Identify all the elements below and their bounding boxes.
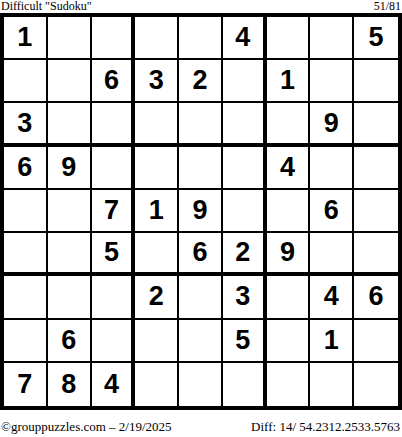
puzzle-title: Difficult "Sudoku" <box>1 0 92 13</box>
cell-r4c6[interactable] <box>223 147 267 190</box>
cell-r2c5[interactable]: 2 <box>179 60 223 103</box>
cell-r5c1[interactable] <box>4 190 48 233</box>
cell-r5c3[interactable]: 7 <box>92 190 136 233</box>
cell-r7c4[interactable]: 2 <box>135 276 179 319</box>
cell-r4c2[interactable]: 9 <box>48 147 92 190</box>
cell-r1c4[interactable] <box>135 17 179 60</box>
cell-r7c7[interactable] <box>267 276 311 319</box>
cell-r4c1[interactable]: 6 <box>4 147 48 190</box>
cell-r7c9[interactable]: 6 <box>354 276 398 319</box>
cell-r5c8[interactable]: 6 <box>310 190 354 233</box>
cell-r4c4[interactable] <box>135 147 179 190</box>
cell-r1c6[interactable]: 4 <box>223 17 267 60</box>
cell-r6c5[interactable]: 6 <box>179 233 223 276</box>
cell-r3c7[interactable] <box>267 103 311 146</box>
header: Difficult "Sudoku" 51/81 <box>0 0 402 13</box>
cell-r7c1[interactable] <box>4 276 48 319</box>
cell-r8c9[interactable] <box>354 320 398 363</box>
cell-r2c6[interactable] <box>223 60 267 103</box>
cell-r7c8[interactable]: 4 <box>310 276 354 319</box>
cell-r7c2[interactable] <box>48 276 92 319</box>
cell-r6c1[interactable] <box>4 233 48 276</box>
sudoku-grid: 145632139694719656292346651784 <box>0 13 402 410</box>
cell-r9c2[interactable]: 8 <box>48 363 92 406</box>
cell-r1c8[interactable] <box>310 17 354 60</box>
cell-r5c6[interactable] <box>223 190 267 233</box>
cell-r6c8[interactable] <box>310 233 354 276</box>
cell-r2c9[interactable] <box>354 60 398 103</box>
cell-r1c3[interactable] <box>92 17 136 60</box>
cell-r7c6[interactable]: 3 <box>223 276 267 319</box>
cell-r1c1[interactable]: 1 <box>4 17 48 60</box>
cell-r3c5[interactable] <box>179 103 223 146</box>
progress-counter: 51/81 <box>374 0 401 13</box>
cell-r9c6[interactable] <box>223 363 267 406</box>
cell-r9c5[interactable] <box>179 363 223 406</box>
cell-r2c4[interactable]: 3 <box>135 60 179 103</box>
cell-r3c2[interactable] <box>48 103 92 146</box>
cell-r6c9[interactable] <box>354 233 398 276</box>
cell-r9c7[interactable] <box>267 363 311 406</box>
cell-r6c3[interactable]: 5 <box>92 233 136 276</box>
cell-r8c5[interactable] <box>179 320 223 363</box>
cell-r9c8[interactable] <box>310 363 354 406</box>
cell-r9c1[interactable]: 7 <box>4 363 48 406</box>
cell-r8c1[interactable] <box>4 320 48 363</box>
cell-r8c6[interactable]: 5 <box>223 320 267 363</box>
footer-difficulty: Diff: 14/ 54.2312.2533.5763 <box>251 419 400 434</box>
cell-r5c2[interactable] <box>48 190 92 233</box>
footer: ©grouppuzzles.com – 2/19/2025 Diff: 14/ … <box>0 410 402 434</box>
cell-r9c9[interactable] <box>354 363 398 406</box>
cell-r2c7[interactable]: 1 <box>267 60 311 103</box>
cell-r3c3[interactable] <box>92 103 136 146</box>
cell-r6c6[interactable]: 2 <box>223 233 267 276</box>
cell-r3c8[interactable]: 9 <box>310 103 354 146</box>
cell-r4c8[interactable] <box>310 147 354 190</box>
cell-r4c7[interactable]: 4 <box>267 147 311 190</box>
cell-r5c9[interactable] <box>354 190 398 233</box>
cell-r6c4[interactable] <box>135 233 179 276</box>
cell-r7c3[interactable] <box>92 276 136 319</box>
cell-r3c9[interactable] <box>354 103 398 146</box>
cell-r5c4[interactable]: 1 <box>135 190 179 233</box>
cell-r3c6[interactable] <box>223 103 267 146</box>
cell-r1c5[interactable] <box>179 17 223 60</box>
cell-r1c2[interactable] <box>48 17 92 60</box>
cell-r8c3[interactable] <box>92 320 136 363</box>
cell-r2c1[interactable] <box>4 60 48 103</box>
cell-r6c2[interactable] <box>48 233 92 276</box>
cell-r4c9[interactable] <box>354 147 398 190</box>
cell-r8c2[interactable]: 6 <box>48 320 92 363</box>
cell-r9c3[interactable]: 4 <box>92 363 136 406</box>
cell-r5c5[interactable]: 9 <box>179 190 223 233</box>
cell-r9c4[interactable] <box>135 363 179 406</box>
cell-r8c4[interactable] <box>135 320 179 363</box>
cell-r4c3[interactable] <box>92 147 136 190</box>
cell-r3c4[interactable] <box>135 103 179 146</box>
cell-r5c7[interactable] <box>267 190 311 233</box>
cell-r1c9[interactable]: 5 <box>354 17 398 60</box>
cell-r7c5[interactable] <box>179 276 223 319</box>
cell-r4c5[interactable] <box>179 147 223 190</box>
cell-r2c3[interactable]: 6 <box>92 60 136 103</box>
footer-credit: ©grouppuzzles.com – 2/19/2025 <box>1 419 172 434</box>
cell-r8c7[interactable] <box>267 320 311 363</box>
cell-r8c8[interactable]: 1 <box>310 320 354 363</box>
sudoku-page: Difficult "Sudoku" 51/81 145632139694719… <box>0 0 402 437</box>
cell-r1c7[interactable] <box>267 17 311 60</box>
cell-r6c7[interactable]: 9 <box>267 233 311 276</box>
cell-r2c8[interactable] <box>310 60 354 103</box>
cell-r3c1[interactable]: 3 <box>4 103 48 146</box>
cell-r2c2[interactable] <box>48 60 92 103</box>
